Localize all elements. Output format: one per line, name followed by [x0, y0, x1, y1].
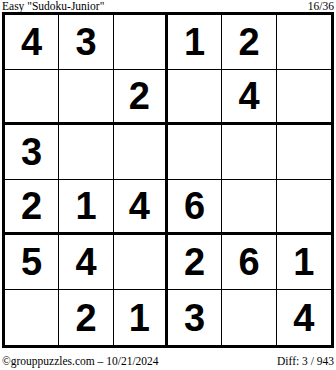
empty-cell-r6c5[interactable]: [222, 290, 276, 345]
empty-cell-r3c4[interactable]: [168, 125, 222, 180]
empty-cell-r2c1[interactable]: [5, 70, 59, 125]
empty-cell-r6c1[interactable]: [5, 290, 59, 345]
empty-cell-r4c6[interactable]: [277, 180, 331, 235]
puzzle-page: Easy "Sudoku-Junior" 16/36 4312243214654…: [0, 0, 336, 370]
empty-cell-r2c4[interactable]: [168, 70, 222, 125]
given-cell-r4c4: 6: [168, 180, 222, 235]
empty-cell-r3c3[interactable]: [114, 125, 168, 180]
given-cell-r2c3: 2: [114, 70, 168, 125]
sudoku-board: 43122432146542612134: [2, 12, 334, 348]
copyright-date: ©grouppuzzles.com – 10/21/2024: [2, 355, 159, 367]
given-cell-r6c4: 3: [168, 290, 222, 345]
given-cell-r6c3: 1: [114, 290, 168, 345]
given-cell-r5c4: 2: [168, 235, 222, 290]
given-cell-r5c6: 1: [277, 235, 331, 290]
empty-cell-r3c5[interactable]: [222, 125, 276, 180]
difficulty-label: Diff: 3 / 943: [277, 355, 334, 367]
given-cell-r2c5: 4: [222, 70, 276, 125]
given-cell-r5c5: 6: [222, 235, 276, 290]
given-cell-r6c2: 2: [59, 290, 113, 345]
given-cell-r1c2: 3: [59, 15, 113, 70]
empty-cell-r3c2[interactable]: [59, 125, 113, 180]
header: Easy "Sudoku-Junior" 16/36: [0, 0, 336, 12]
given-cell-r6c6: 4: [277, 290, 331, 345]
empty-cell-r3c6[interactable]: [277, 125, 331, 180]
given-cell-r1c5: 2: [222, 15, 276, 70]
puzzle-title: Easy "Sudoku-Junior": [2, 0, 104, 12]
given-cell-r1c1: 4: [5, 15, 59, 70]
empty-cell-r1c3[interactable]: [114, 15, 168, 70]
empty-cell-r1c6[interactable]: [277, 15, 331, 70]
given-cell-r4c1: 2: [5, 180, 59, 235]
empty-cell-r5c3[interactable]: [114, 235, 168, 290]
given-cell-r3c1: 3: [5, 125, 59, 180]
empty-cell-r4c5[interactable]: [222, 180, 276, 235]
empty-cell-r2c6[interactable]: [277, 70, 331, 125]
given-count: 16/36: [308, 0, 334, 12]
empty-cell-r2c2[interactable]: [59, 70, 113, 125]
given-cell-r5c1: 5: [5, 235, 59, 290]
given-cell-r4c3: 4: [114, 180, 168, 235]
given-cell-r1c4: 1: [168, 15, 222, 70]
given-cell-r4c2: 1: [59, 180, 113, 235]
footer: ©grouppuzzles.com – 10/21/2024 Diff: 3 /…: [0, 354, 336, 368]
given-cell-r5c2: 4: [59, 235, 113, 290]
